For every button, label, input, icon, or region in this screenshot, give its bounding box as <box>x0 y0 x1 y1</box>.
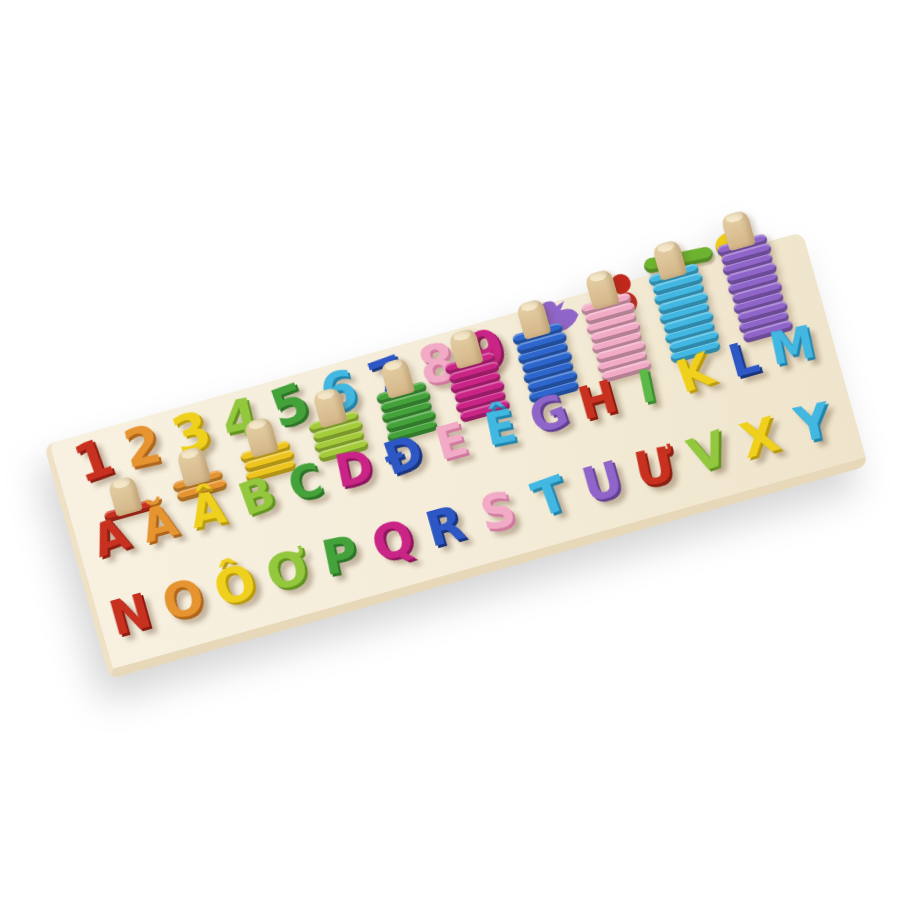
letter-piece-Y[interactable]: Y <box>781 393 844 451</box>
photo-background: 123456789 AĂÂBCDĐEÊGHIKLM NOÔƠPQRSTUƯVXY <box>0 0 900 900</box>
letter-piece-M[interactable]: M <box>763 318 822 372</box>
puzzle-board: 123456789 AĂÂBCDĐEÊGHIKLM NOÔƠPQRSTUƯVXY <box>44 232 868 679</box>
